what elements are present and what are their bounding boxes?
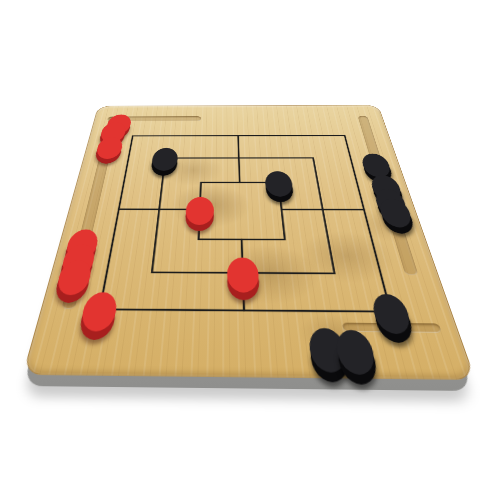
point-b6[interactable]: ●	[145, 147, 184, 170]
point-f4[interactable]	[300, 196, 347, 225]
grid-gap	[296, 170, 340, 196]
grid-gap	[255, 125, 293, 146]
grid-gap	[290, 125, 330, 146]
black-piece[interactable]: ●	[260, 164, 299, 197]
grid-gap	[264, 256, 314, 292]
point-d2[interactable]: ●	[220, 256, 267, 292]
morris-board: ●●●●●● ●●●●●●●●●●●●	[22, 105, 475, 380]
point-b2[interactable]	[127, 255, 176, 290]
point-e3[interactable]	[262, 224, 309, 256]
point-f2[interactable]	[309, 256, 362, 292]
point-c4[interactable]: ●	[178, 196, 220, 224]
point-d5[interactable]	[220, 170, 260, 196]
grid-gap	[304, 224, 353, 256]
grid-gap	[102, 170, 145, 196]
tray-bottom_blacks-slot-2: ●	[328, 328, 383, 372]
scene: ●●●●●● ●●●●●●●●●●●●	[0, 0, 500, 500]
point-g7[interactable]	[325, 125, 366, 146]
tray-left_reds-slot-3: ●	[50, 259, 99, 293]
black-piece[interactable]: ●	[147, 142, 183, 172]
point-f6[interactable]	[293, 146, 335, 169]
grid-gap	[121, 290, 174, 330]
point-d7[interactable]	[220, 125, 256, 146]
red-piece[interactable]: ●	[180, 190, 218, 226]
point-b4[interactable]	[137, 195, 181, 223]
grid-gap	[220, 196, 262, 225]
red-piece[interactable]: ●	[90, 131, 129, 159]
grid-gap	[173, 255, 220, 291]
point-d6[interactable]	[220, 147, 258, 170]
grid-gap	[132, 224, 178, 256]
grid-gap	[170, 291, 220, 331]
red-piece[interactable]: ●	[222, 248, 264, 293]
grid-gap	[184, 125, 220, 146]
grid-gap	[183, 147, 221, 170]
tray-top_left_reds-slot-3: ●	[91, 136, 128, 157]
point-e5[interactable]: ●	[258, 170, 300, 196]
